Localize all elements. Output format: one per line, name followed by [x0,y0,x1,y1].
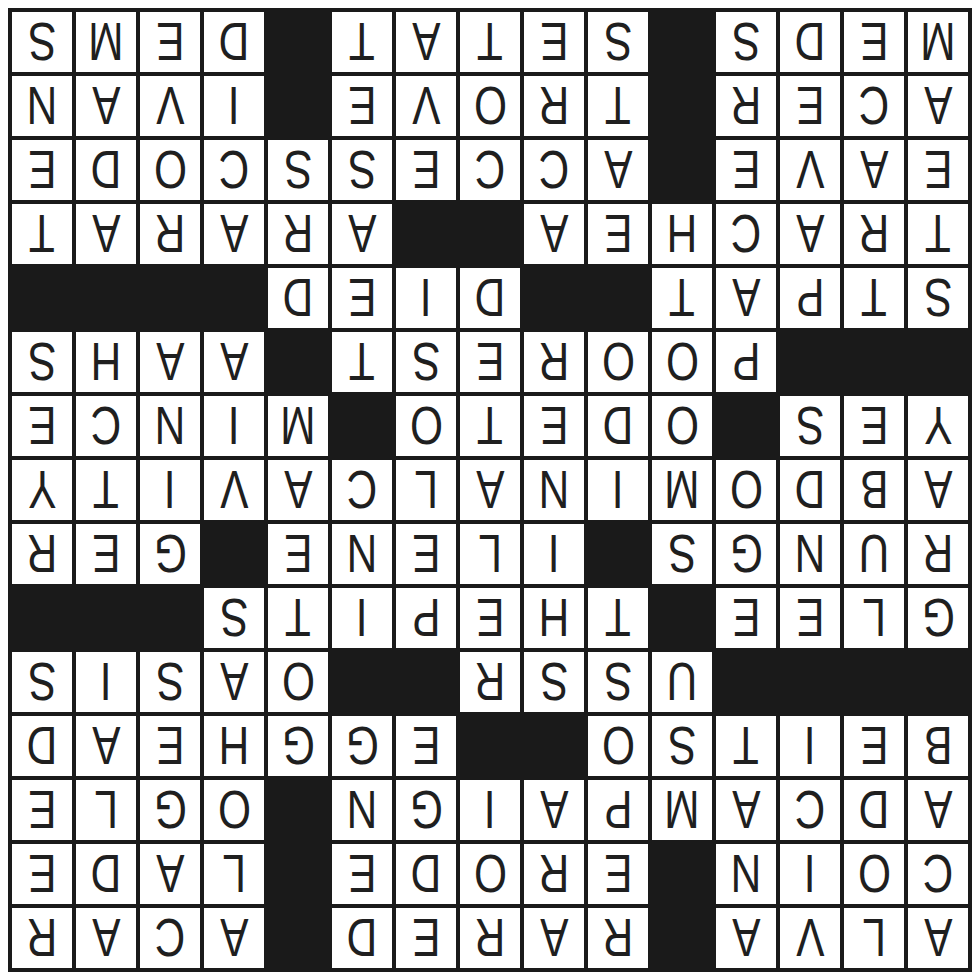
letter-cell: H [76,332,136,392]
cell-letter: N [795,527,826,580]
cell-letter: A [924,463,952,516]
letter-cell: N [332,524,392,584]
cell-letter: E [156,15,184,68]
cell-letter: V [412,79,440,132]
cell-letter: T [477,15,503,68]
black-square [12,268,72,328]
letter-cell: S [268,140,328,200]
black-square [204,524,264,584]
cell-letter: A [92,207,120,260]
letter-cell: A [524,780,584,840]
cell-letter: A [924,79,952,132]
cell-letter: C [475,143,506,196]
cell-letter: E [796,591,824,644]
black-square [396,652,456,712]
letter-cell: S [140,652,200,712]
letter-cell: A [332,204,392,264]
black-square [844,332,904,392]
cell-letter: S [348,143,376,196]
cell-letter: E [92,527,120,580]
cell-letter: E [476,591,504,644]
cell-letter: I [548,527,560,580]
letter-cell: R [588,908,648,968]
letter-cell: R [524,76,584,136]
letter-cell: I [76,652,136,712]
cell-letter: U [667,655,698,708]
cell-letter: A [540,911,568,964]
letter-cell: T [908,204,968,264]
cell-letter: N [347,783,378,836]
cell-letter: G [730,527,763,580]
letter-cell: S [588,12,648,72]
letter-cell: E [524,12,584,72]
letter-cell: E [332,76,392,136]
cell-letter: L [222,847,246,900]
cell-letter: L [862,911,886,964]
letter-cell: B [908,716,968,776]
black-square [460,716,520,776]
letter-cell: O [652,396,712,456]
letter-cell: Y [908,396,968,456]
cell-letter: R [859,207,890,260]
letter-cell: A [140,844,200,904]
letter-cell: E [332,844,392,904]
letter-cell: G [140,780,200,840]
cell-letter: E [412,143,440,196]
letter-cell: N [524,460,584,520]
cell-letter: T [669,271,695,324]
black-square [268,332,328,392]
cell-letter: E [412,719,440,772]
letter-cell: T [652,268,712,328]
letter-cell: R [12,524,72,584]
letter-cell: A [716,780,776,840]
letter-cell: A [204,332,264,392]
letter-cell: S [332,140,392,200]
cell-letter: O [154,143,187,196]
black-square [268,780,328,840]
letter-cell: U [652,652,712,712]
cell-letter: T [349,335,375,388]
cell-letter: R [475,655,506,708]
letter-cell: S [12,12,72,72]
letter-cell: L [204,844,264,904]
letter-cell: R [524,844,584,904]
cell-letter: T [605,79,631,132]
black-square [652,12,712,72]
cell-letter: Y [924,399,952,452]
cell-letter: A [732,271,760,324]
letter-cell: H [652,204,712,264]
cell-letter: V [796,911,824,964]
letter-cell: R [908,524,968,584]
letter-cell: S [204,588,264,648]
letter-cell: T [268,588,328,648]
letter-cell: A [908,460,968,520]
black-square [76,268,136,328]
cell-letter: G [922,591,955,644]
cell-letter: U [859,527,890,580]
black-square [652,76,712,136]
cell-letter: S [284,143,312,196]
black-square [588,268,648,328]
cell-letter: I [612,463,624,516]
letter-cell: H [204,716,264,776]
letter-cell: D [204,12,264,72]
cell-letter: D [27,719,58,772]
cell-letter: D [411,847,442,900]
cell-letter: O [602,335,635,388]
cell-letter: E [540,15,568,68]
black-square [76,588,136,648]
letter-cell: R [460,908,520,968]
letter-cell: E [716,140,776,200]
letter-cell: A [76,908,136,968]
letter-cell: P [780,268,840,328]
letter-cell: D [76,844,136,904]
cell-letter: I [228,79,240,132]
letter-cell: D [396,844,456,904]
letter-cell: A [204,908,264,968]
cell-letter: B [924,719,952,772]
letter-cell: T [12,204,72,264]
letter-cell: C [524,140,584,200]
cell-letter: E [28,847,56,900]
cell-letter: C [347,463,378,516]
cell-letter: S [412,335,440,388]
cell-letter: M [664,783,699,836]
cell-letter: I [484,783,496,836]
cell-letter: G [346,719,379,772]
cell-letter: R [27,527,58,580]
cell-letter: E [796,79,824,132]
cell-letter: A [156,847,184,900]
cell-letter: E [412,527,440,580]
cell-letter: C [795,783,826,836]
letter-cell: V [780,140,840,200]
cell-letter: A [924,783,952,836]
cell-letter: B [860,463,888,516]
letter-cell: V [396,76,456,136]
cell-letter: N [731,847,762,900]
letter-cell: T [76,460,136,520]
cell-letter: Y [28,463,56,516]
letter-cell: I [460,780,520,840]
cell-letter: E [284,527,312,580]
letter-cell: A [588,140,648,200]
cell-letter: G [154,783,187,836]
letter-cell: A [76,716,136,776]
black-square [332,652,392,712]
letter-cell: A [76,204,136,264]
cell-letter: I [228,399,240,452]
cell-letter: D [859,783,890,836]
letter-cell: E [140,12,200,72]
black-square [908,652,968,712]
cell-letter: T [477,399,503,452]
black-square [524,716,584,776]
letter-cell: T [588,588,648,648]
black-square [524,268,584,328]
black-square [780,332,840,392]
cell-letter: D [475,271,506,324]
letter-cell: U [844,524,904,584]
letter-cell: S [12,332,72,392]
letter-cell: E [460,588,520,648]
black-square [652,140,712,200]
letter-cell: E [332,268,392,328]
black-square [268,76,328,136]
black-square [140,588,200,648]
cell-letter: S [796,399,824,452]
cell-letter: E [28,399,56,452]
cell-letter: M [88,15,123,68]
letter-cell: I [396,268,456,328]
letter-cell: E [76,524,136,584]
black-square [652,588,712,648]
letter-cell: D [460,268,520,328]
cell-letter: L [94,783,118,836]
letter-cell: C [908,844,968,904]
letter-cell: A [908,780,968,840]
letter-cell: S [652,524,712,584]
cell-letter: T [605,591,631,644]
cell-letter: A [412,15,440,68]
letter-cell: G [908,588,968,648]
cell-letter: E [476,335,504,388]
cell-letter: M [920,15,955,68]
letter-cell: V [140,76,200,136]
letter-cell: G [396,780,456,840]
black-square [460,204,520,264]
black-square [716,652,776,712]
black-square [716,396,776,456]
letter-cell: N [12,76,72,136]
letter-cell: I [140,460,200,520]
cell-letter: E [604,847,632,900]
cell-letter: I [164,463,176,516]
letter-cell: I [204,76,264,136]
cell-letter: A [92,79,120,132]
cell-letter: O [218,783,251,836]
letter-cell: E [844,396,904,456]
letter-cell: E [12,780,72,840]
letter-cell: A [780,204,840,264]
letter-cell: I [524,524,584,584]
cell-letter: E [540,399,568,452]
cell-letter: G [282,719,315,772]
cell-letter: C [91,399,122,452]
letter-cell: O [652,332,712,392]
cell-letter: T [29,207,55,260]
letter-cell: D [780,12,840,72]
letter-cell: R [524,332,584,392]
letter-cell: Y [12,460,72,520]
letter-cell: O [140,140,200,200]
letter-cell: P [396,588,456,648]
cell-letter: O [410,399,443,452]
letter-cell: L [76,780,136,840]
cell-letter: O [282,655,315,708]
letter-cell: T [332,332,392,392]
letter-cell: A [396,12,456,72]
letter-cell: O [268,652,328,712]
letter-cell: A [908,908,968,968]
black-square [12,588,72,648]
letter-cell: S [652,716,712,776]
letter-cell: P [588,780,648,840]
cell-letter: D [603,399,634,452]
cell-letter: E [860,399,888,452]
cell-letter: O [858,847,891,900]
letter-cell: L [396,460,456,520]
cell-letter: G [154,527,187,580]
cell-letter: S [28,655,56,708]
letter-cell: L [844,588,904,648]
cell-letter: R [603,911,634,964]
cell-letter: R [27,911,58,964]
letter-cell: E [588,844,648,904]
cell-letter: E [732,591,760,644]
letter-cell: O [844,844,904,904]
letter-cell: G [268,716,328,776]
black-square [332,396,392,456]
letter-cell: R [12,908,72,968]
letter-cell: E [12,396,72,456]
cell-letter: T [285,591,311,644]
cell-letter: S [668,527,696,580]
cell-letter: N [347,527,378,580]
cell-letter: M [280,399,315,452]
cell-letter: A [348,207,376,260]
letter-cell: N [716,844,776,904]
letter-cell: L [844,908,904,968]
cell-letter: P [412,591,440,644]
black-square [204,268,264,328]
cell-letter: D [283,271,314,324]
cell-letter: A [92,911,120,964]
letter-cell: I [780,716,840,776]
letter-cell: M [652,780,712,840]
letter-cell: V [780,908,840,968]
cell-letter: S [220,591,248,644]
letter-cell: E [12,844,72,904]
cell-letter: A [156,335,184,388]
cell-letter: S [604,15,632,68]
cell-letter: T [925,207,951,260]
cell-letter: A [604,143,632,196]
cell-letter: O [666,335,699,388]
black-square [844,652,904,712]
letter-cell: A [268,460,328,520]
letter-cell: M [908,12,968,72]
letter-cell: B [844,460,904,520]
letter-cell: S [588,652,648,712]
cell-letter: H [667,207,698,260]
cell-letter: E [28,783,56,836]
cell-letter: S [28,335,56,388]
cell-letter: E [412,911,440,964]
letter-cell: E [844,716,904,776]
letter-cell: O [204,780,264,840]
letter-cell: O [396,396,456,456]
letter-cell: E [844,12,904,72]
black-square [652,844,712,904]
letter-cell: N [140,396,200,456]
cell-letter: R [731,79,762,132]
letter-cell: T [460,12,520,72]
cell-letter: E [860,719,888,772]
cell-letter: H [539,591,570,644]
cell-letter: R [539,335,570,388]
letter-cell: D [844,780,904,840]
cell-letter: A [284,463,312,516]
letter-cell: D [12,716,72,776]
letter-cell: T [844,268,904,328]
cell-letter: S [668,719,696,772]
cell-letter: C [859,79,890,132]
letter-cell: H [524,588,584,648]
letter-cell: N [332,780,392,840]
cell-letter: I [100,655,112,708]
letter-cell: L [460,524,520,584]
cell-letter: E [156,719,184,772]
letter-cell: S [716,12,776,72]
letter-cell: A [716,268,776,328]
cell-letter: P [796,271,824,324]
cell-letter: O [730,463,763,516]
cell-letter: T [733,719,759,772]
letter-cell: E [140,716,200,776]
letter-cell: E [780,588,840,648]
cell-letter: T [93,463,119,516]
cell-letter: R [283,207,314,260]
black-square [268,12,328,72]
letter-cell: A [524,908,584,968]
letter-cell: M [652,460,712,520]
letter-cell: V [204,460,264,520]
cell-letter: O [474,847,507,900]
cell-letter: A [540,207,568,260]
letter-cell: A [460,460,520,520]
cell-letter: E [732,143,760,196]
letter-cell: E [396,908,456,968]
cell-letter: A [860,143,888,196]
cell-letter: D [795,15,826,68]
letter-cell: S [908,268,968,328]
letter-cell: E [12,140,72,200]
cell-letter: E [604,207,632,260]
letter-cell: A [140,332,200,392]
cell-letter: T [349,15,375,68]
cell-letter: D [219,15,250,68]
cell-letter: E [348,271,376,324]
cell-letter: C [923,847,954,900]
letter-cell: E [396,716,456,776]
cell-letter: E [348,79,376,132]
cell-letter: S [540,655,568,708]
black-square [780,652,840,712]
letter-cell: E [268,524,328,584]
cell-letter: T [861,271,887,324]
cell-letter: V [220,463,248,516]
black-square [140,268,200,328]
letter-cell: A [908,76,968,136]
cell-letter: D [795,463,826,516]
cell-letter: R [923,527,954,580]
cell-letter: D [347,911,378,964]
letter-cell: O [588,332,648,392]
